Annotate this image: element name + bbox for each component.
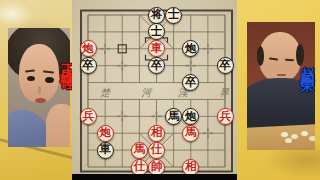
piece-red-相[interactable]: 相 (182, 159, 199, 176)
piece-black-馬[interactable]: 馬 (165, 108, 182, 125)
piece-red-仕[interactable]: 仕 (148, 142, 165, 159)
piece-red-車[interactable]: 車 (148, 40, 165, 57)
piece-red-兵[interactable]: 兵 (80, 108, 97, 125)
left-player-lips (35, 98, 46, 103)
piece-red-相[interactable]: 相 (148, 125, 165, 142)
right-player-photo (247, 22, 315, 150)
right-player-name: 赵国荣 (299, 56, 317, 71)
bottom-letterbox-bar (72, 174, 237, 180)
pieces-layer: 将士士炮車炮卒卒卒卒兵馬炮兵炮相馬車馬仕仕帥相 (72, 0, 237, 180)
left-player-photo (8, 28, 70, 147)
right-player-mouth (277, 74, 286, 76)
piece-black-卒[interactable]: 卒 (148, 57, 165, 74)
piece-red-馬[interactable]: 馬 (131, 142, 148, 159)
captured-pieces-on-table (281, 132, 288, 137)
piece-black-炮[interactable]: 炮 (182, 40, 199, 57)
piece-red-兵[interactable]: 兵 (217, 108, 234, 125)
left-player-hand (46, 104, 70, 147)
piece-black-卒[interactable]: 卒 (80, 57, 97, 74)
left-player-sweater (8, 108, 50, 147)
piece-black-将[interactable]: 将 (148, 7, 165, 24)
piece-black-士[interactable]: 士 (148, 23, 165, 40)
piece-red-馬[interactable]: 馬 (182, 125, 199, 142)
left-player-eye (27, 76, 35, 81)
piece-red-帥[interactable]: 帥 (148, 159, 165, 176)
left-player-eye (45, 77, 54, 83)
piece-black-車[interactable]: 車 (97, 142, 114, 159)
piece-black-士[interactable]: 士 (165, 7, 182, 24)
xiangqi-board[interactable]: 楚 河 漢 界 将士士炮車炮卒卒卒卒兵馬炮兵炮相馬車馬仕仕帥相 (72, 0, 237, 180)
piece-black-炮[interactable]: 炮 (182, 108, 199, 125)
piece-red-炮[interactable]: 炮 (80, 40, 97, 57)
piece-black-卒[interactable]: 卒 (217, 57, 234, 74)
left-player-nose (38, 86, 41, 94)
piece-black-卒[interactable]: 卒 (182, 74, 199, 91)
piece-red-仕[interactable]: 仕 (131, 159, 148, 176)
screen: { "game": "xiangqi", "players": { "left"… (0, 0, 320, 180)
right-player-hair (257, 46, 264, 66)
right-player-table (247, 124, 315, 150)
piece-red-炮[interactable]: 炮 (97, 125, 114, 142)
